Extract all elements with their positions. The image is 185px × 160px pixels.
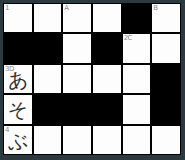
cell-r1c4[interactable] bbox=[93, 4, 121, 32]
cell-r3c1[interactable]: 3Dあ bbox=[4, 65, 32, 93]
crossword-board: 1AB2C3Dあそ4ぶ bbox=[0, 0, 185, 160]
cell-r1c3[interactable]: A bbox=[63, 4, 91, 32]
cell-r3c2[interactable] bbox=[34, 65, 62, 93]
cell-r1c1[interactable]: 1 bbox=[4, 4, 32, 32]
black-cell-r2c4 bbox=[93, 34, 121, 62]
cell-r1c2[interactable] bbox=[34, 4, 62, 32]
crossword-grid: 1AB2C3Dあそ4ぶ bbox=[3, 3, 181, 155]
entry-letter-r3c1: あ bbox=[4, 65, 32, 93]
cell-r3c4[interactable] bbox=[93, 65, 121, 93]
clue-number-A: A bbox=[64, 4, 68, 12]
clue-number-1: 1 bbox=[5, 4, 9, 12]
clue-number-B: B bbox=[153, 4, 157, 12]
cell-r3c3[interactable] bbox=[63, 65, 91, 93]
cell-r5c1[interactable]: 4ぶ bbox=[4, 126, 32, 154]
black-cell-r4c6 bbox=[152, 95, 180, 123]
cell-r4c1[interactable]: そ bbox=[4, 95, 32, 123]
cell-r2c5[interactable]: 2C bbox=[123, 34, 151, 62]
cell-r2c6[interactable] bbox=[152, 34, 180, 62]
cell-r5c5[interactable] bbox=[123, 126, 151, 154]
cell-r5c4[interactable] bbox=[93, 126, 121, 154]
black-cell-r3c6 bbox=[152, 65, 180, 93]
entry-letter-r5c1: ぶ bbox=[4, 126, 32, 154]
cell-r4c5[interactable] bbox=[123, 95, 151, 123]
cell-r3c5[interactable] bbox=[123, 65, 151, 93]
cell-r2c3[interactable] bbox=[63, 34, 91, 62]
cell-r5c6[interactable] bbox=[152, 126, 180, 154]
cell-r5c3[interactable] bbox=[63, 126, 91, 154]
black-cell-r1c5 bbox=[123, 4, 151, 32]
black-cell-r4c3 bbox=[63, 95, 91, 123]
black-cell-r2c1 bbox=[4, 34, 32, 62]
black-cell-r4c4 bbox=[93, 95, 121, 123]
cell-r1c6[interactable]: B bbox=[152, 4, 180, 32]
cell-r5c2[interactable] bbox=[34, 126, 62, 154]
entry-letter-r4c1: そ bbox=[4, 95, 32, 123]
black-cell-r2c2 bbox=[34, 34, 62, 62]
black-cell-r4c2 bbox=[34, 95, 62, 123]
clue-number-2C: 2C bbox=[124, 34, 132, 42]
